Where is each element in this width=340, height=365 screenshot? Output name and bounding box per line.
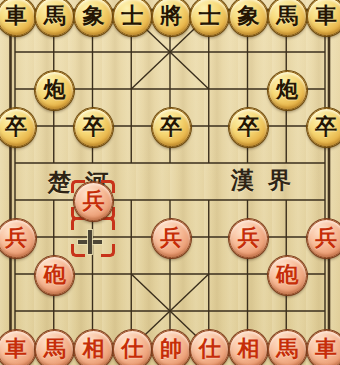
xiangqi-board: 楚河 漢界 車馬象士將士象馬車炮炮卒卒卒卒卒兵兵兵兵兵砲砲車馬相仕帥仕相馬車 [0, 0, 340, 365]
piece-black-士[interactable]: 士 [190, 0, 229, 36]
piece-black-炮[interactable]: 炮 [35, 71, 74, 110]
piece-red-馬[interactable]: 馬 [268, 330, 307, 365]
piece-red-兵[interactable]: 兵 [0, 219, 36, 258]
piece-red-砲[interactable]: 砲 [35, 256, 74, 295]
piece-black-炮[interactable]: 炮 [268, 71, 307, 110]
piece-black-馬[interactable]: 馬 [268, 0, 307, 36]
river-label-han-jie: 漢界 [231, 165, 305, 196]
piece-red-兵[interactable]: 兵 [74, 182, 113, 221]
piece-red-相[interactable]: 相 [74, 330, 113, 365]
piece-black-象[interactable]: 象 [229, 0, 268, 36]
piece-red-砲[interactable]: 砲 [268, 256, 307, 295]
piece-black-卒[interactable]: 卒 [152, 108, 191, 147]
piece-red-相[interactable]: 相 [229, 330, 268, 365]
piece-red-兵[interactable]: 兵 [307, 219, 340, 258]
piece-black-卒[interactable]: 卒 [0, 108, 36, 147]
piece-red-兵[interactable]: 兵 [152, 219, 191, 258]
piece-black-卒[interactable]: 卒 [307, 108, 340, 147]
piece-black-將[interactable]: 將 [152, 0, 191, 36]
piece-black-馬[interactable]: 馬 [35, 0, 74, 36]
piece-black-士[interactable]: 士 [113, 0, 152, 36]
piece-red-兵[interactable]: 兵 [229, 219, 268, 258]
piece-black-卒[interactable]: 卒 [229, 108, 268, 147]
piece-red-帥[interactable]: 帥 [152, 330, 191, 365]
piece-red-仕[interactable]: 仕 [113, 330, 152, 365]
piece-black-車[interactable]: 車 [0, 0, 36, 36]
piece-black-象[interactable]: 象 [74, 0, 113, 36]
piece-black-卒[interactable]: 卒 [74, 108, 113, 147]
piece-red-車[interactable]: 車 [0, 330, 36, 365]
